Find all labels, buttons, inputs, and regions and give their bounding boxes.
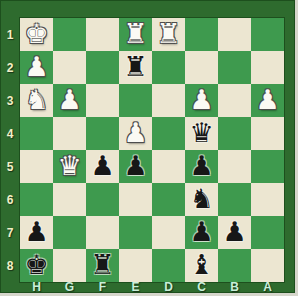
rank-label-1: 1 bbox=[0, 18, 20, 51]
square-d6[interactable] bbox=[152, 183, 185, 216]
file-label-a: A bbox=[251, 282, 284, 293]
square-h2[interactable]: ♟ bbox=[20, 51, 53, 84]
square-c2[interactable] bbox=[185, 51, 218, 84]
file-label-b: B bbox=[218, 282, 251, 293]
file-label-f: F bbox=[86, 282, 119, 293]
white-rook: ♜ bbox=[152, 18, 185, 51]
white-pawn: ♟ bbox=[20, 51, 53, 84]
square-e4[interactable]: ♟ bbox=[119, 117, 152, 150]
square-b1[interactable] bbox=[218, 18, 251, 51]
square-c7[interactable]: ♟ bbox=[185, 216, 218, 249]
square-h6[interactable] bbox=[20, 183, 53, 216]
rank-label-3: 3 bbox=[0, 84, 20, 117]
black-bishop: ♝ bbox=[185, 249, 218, 282]
white-pawn: ♟ bbox=[185, 84, 218, 117]
chess-board-window: 12345678 ♚♜♜♟♜♞♟♟♟♟♛♛♟♟♟♞♟♟♟♚♜♝ HGFEDCBA bbox=[0, 0, 298, 296]
square-a5[interactable] bbox=[251, 150, 284, 183]
square-e3[interactable] bbox=[119, 84, 152, 117]
square-a7[interactable] bbox=[251, 216, 284, 249]
square-f4[interactable] bbox=[86, 117, 119, 150]
square-b8[interactable] bbox=[218, 249, 251, 282]
square-g5[interactable]: ♛ bbox=[53, 150, 86, 183]
square-f3[interactable] bbox=[86, 84, 119, 117]
square-f8[interactable]: ♜ bbox=[86, 249, 119, 282]
square-c8[interactable]: ♝ bbox=[185, 249, 218, 282]
square-g4[interactable] bbox=[53, 117, 86, 150]
black-pawn: ♟ bbox=[20, 216, 53, 249]
rank-label-4: 4 bbox=[0, 117, 20, 150]
rank-label-2: 2 bbox=[0, 51, 20, 84]
square-d8[interactable] bbox=[152, 249, 185, 282]
square-f7[interactable] bbox=[86, 216, 119, 249]
rank-label-8: 8 bbox=[0, 249, 20, 282]
black-king: ♚ bbox=[20, 249, 53, 282]
file-labels: HGFEDCBA bbox=[20, 282, 284, 293]
white-pawn: ♟ bbox=[251, 84, 284, 117]
black-queen: ♛ bbox=[185, 117, 218, 150]
rank-label-7: 7 bbox=[0, 216, 20, 249]
square-e6[interactable] bbox=[119, 183, 152, 216]
square-d5[interactable] bbox=[152, 150, 185, 183]
white-queen: ♛ bbox=[53, 150, 86, 183]
square-h4[interactable] bbox=[20, 117, 53, 150]
square-h5[interactable] bbox=[20, 150, 53, 183]
chess-board: ♚♜♜♟♜♞♟♟♟♟♛♛♟♟♟♞♟♟♟♚♜♝ bbox=[20, 18, 284, 282]
rank-label-6: 6 bbox=[0, 183, 20, 216]
square-d4[interactable] bbox=[152, 117, 185, 150]
square-d3[interactable] bbox=[152, 84, 185, 117]
square-a4[interactable] bbox=[251, 117, 284, 150]
square-c3[interactable]: ♟ bbox=[185, 84, 218, 117]
white-pawn: ♟ bbox=[119, 117, 152, 150]
white-king: ♚ bbox=[20, 18, 53, 51]
black-knight: ♞ bbox=[185, 183, 218, 216]
square-e5[interactable]: ♟ bbox=[119, 150, 152, 183]
square-a3[interactable]: ♟ bbox=[251, 84, 284, 117]
square-b6[interactable] bbox=[218, 183, 251, 216]
square-c4[interactable]: ♛ bbox=[185, 117, 218, 150]
square-a2[interactable] bbox=[251, 51, 284, 84]
square-g7[interactable] bbox=[53, 216, 86, 249]
square-b2[interactable] bbox=[218, 51, 251, 84]
square-c5[interactable]: ♟ bbox=[185, 150, 218, 183]
square-e2[interactable]: ♜ bbox=[119, 51, 152, 84]
square-g8[interactable] bbox=[53, 249, 86, 282]
square-e7[interactable] bbox=[119, 216, 152, 249]
black-rook: ♜ bbox=[86, 249, 119, 282]
square-f6[interactable] bbox=[86, 183, 119, 216]
file-label-e: E bbox=[119, 282, 152, 293]
square-h3[interactable]: ♞ bbox=[20, 84, 53, 117]
white-pawn: ♟ bbox=[53, 84, 86, 117]
square-h7[interactable]: ♟ bbox=[20, 216, 53, 249]
square-f2[interactable] bbox=[86, 51, 119, 84]
square-h1[interactable]: ♚ bbox=[20, 18, 53, 51]
square-d7[interactable] bbox=[152, 216, 185, 249]
square-g2[interactable] bbox=[53, 51, 86, 84]
square-c6[interactable]: ♞ bbox=[185, 183, 218, 216]
square-a8[interactable] bbox=[251, 249, 284, 282]
square-f5[interactable]: ♟ bbox=[86, 150, 119, 183]
black-rook: ♜ bbox=[119, 51, 152, 84]
file-label-g: G bbox=[53, 282, 86, 293]
square-g6[interactable] bbox=[53, 183, 86, 216]
square-h8[interactable]: ♚ bbox=[20, 249, 53, 282]
square-g1[interactable] bbox=[53, 18, 86, 51]
black-pawn: ♟ bbox=[86, 150, 119, 183]
white-rook: ♜ bbox=[119, 18, 152, 51]
square-g3[interactable]: ♟ bbox=[53, 84, 86, 117]
square-a1[interactable] bbox=[251, 18, 284, 51]
rank-label-5: 5 bbox=[0, 150, 20, 183]
square-b7[interactable]: ♟ bbox=[218, 216, 251, 249]
square-c1[interactable] bbox=[185, 18, 218, 51]
black-pawn: ♟ bbox=[119, 150, 152, 183]
square-f1[interactable] bbox=[86, 18, 119, 51]
square-e8[interactable] bbox=[119, 249, 152, 282]
black-pawn: ♟ bbox=[185, 150, 218, 183]
file-label-c: C bbox=[185, 282, 218, 293]
square-e1[interactable]: ♜ bbox=[119, 18, 152, 51]
white-knight: ♞ bbox=[20, 84, 53, 117]
rank-labels: 12345678 bbox=[0, 18, 20, 282]
square-b5[interactable] bbox=[218, 150, 251, 183]
file-label-d: D bbox=[152, 282, 185, 293]
square-d2[interactable] bbox=[152, 51, 185, 84]
black-pawn: ♟ bbox=[185, 216, 218, 249]
square-b3[interactable] bbox=[218, 84, 251, 117]
file-label-h: H bbox=[20, 282, 53, 293]
square-a6[interactable] bbox=[251, 183, 284, 216]
square-b4[interactable] bbox=[218, 117, 251, 150]
square-d1[interactable]: ♜ bbox=[152, 18, 185, 51]
black-pawn: ♟ bbox=[218, 216, 251, 249]
